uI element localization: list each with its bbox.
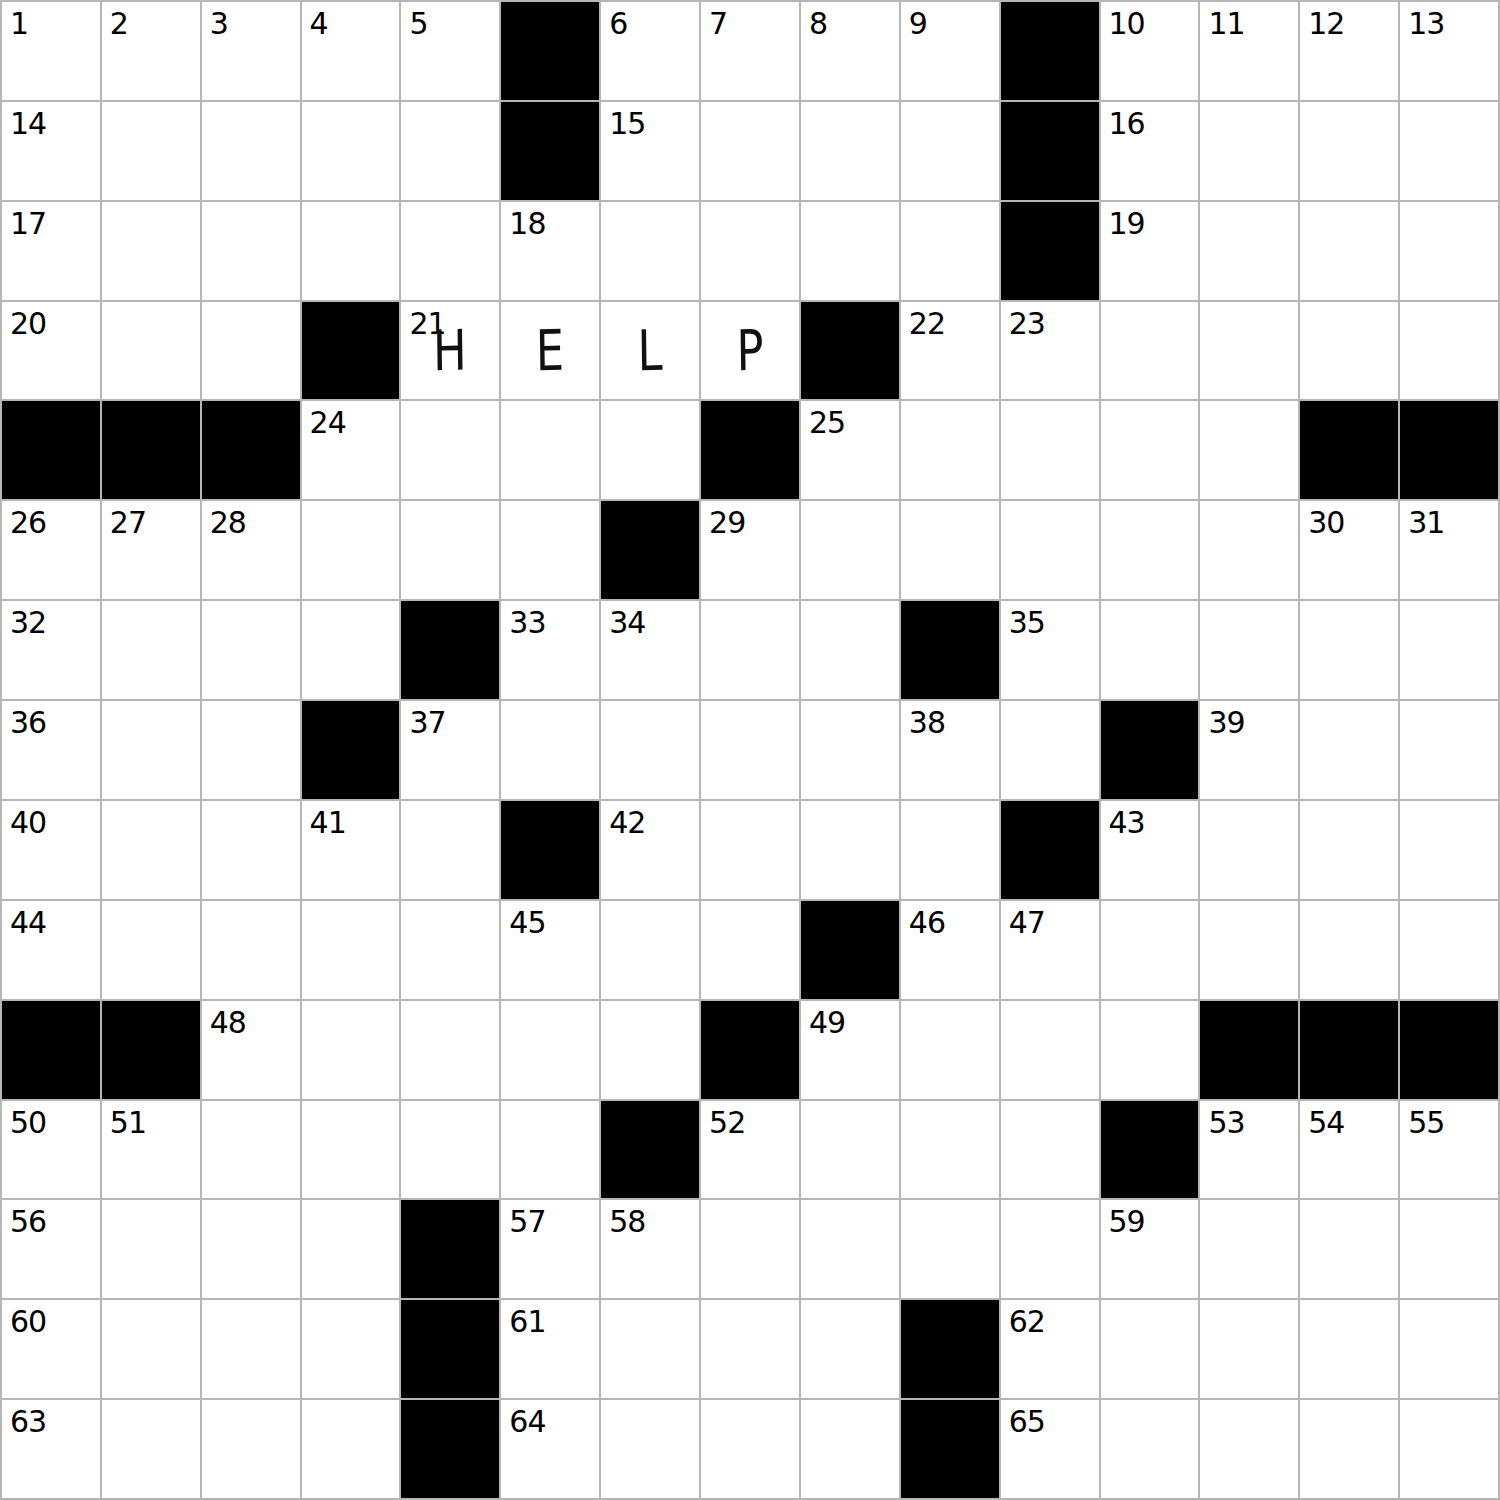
grid-cell[interactable]	[801, 501, 901, 601]
clue-number: 34	[609, 608, 645, 638]
grid-cell[interactable]	[302, 202, 402, 302]
grid-cell[interactable]	[1001, 1001, 1101, 1101]
clue-number: 65	[1009, 1407, 1045, 1437]
grid-cell[interactable]: 52	[701, 1101, 801, 1201]
cell-letter: P	[710, 301, 790, 401]
grid-cell[interactable]: 35	[1001, 601, 1101, 701]
grid-cell[interactable]	[701, 601, 801, 701]
grid-cell[interactable]	[302, 1101, 402, 1201]
clue-number: 7	[709, 9, 727, 39]
grid-cell[interactable]	[701, 1200, 801, 1300]
grid-cell[interactable]	[1200, 501, 1300, 601]
grid-cell[interactable]	[801, 1200, 901, 1300]
clue-number: 32	[10, 608, 46, 638]
grid-cell[interactable]	[701, 1300, 801, 1400]
grid-cell[interactable]: 28	[202, 501, 302, 601]
grid-cell[interactable]: 6	[601, 2, 701, 102]
clue-number: 3	[210, 9, 228, 39]
grid-cell[interactable]	[102, 1400, 202, 1500]
black-cell	[801, 901, 901, 1001]
grid-cell[interactable]	[501, 501, 601, 601]
crossword-board: 123456789101112131415161718192021HELP222…	[0, 0, 1500, 1500]
grid-cell[interactable]	[1300, 801, 1400, 901]
grid-cell[interactable]: 14	[2, 102, 102, 202]
clue-number: 10	[1109, 9, 1145, 39]
grid-cell[interactable]	[202, 1400, 302, 1500]
grid-cell[interactable]: 63	[2, 1400, 102, 1500]
grid-cell[interactable]	[401, 1101, 501, 1201]
black-cell	[501, 102, 601, 202]
clue-number: 29	[709, 508, 745, 538]
clue-number: 42	[609, 808, 645, 838]
grid-cell[interactable]: 59	[1101, 1200, 1201, 1300]
grid-cell[interactable]	[202, 1200, 302, 1300]
clue-number: 56	[10, 1207, 46, 1237]
clue-number: 15	[609, 109, 645, 139]
clue-number: 1	[10, 9, 28, 39]
clue-number: 63	[10, 1407, 46, 1437]
clue-number: 44	[10, 908, 46, 938]
grid-cell[interactable]: 65	[1001, 1400, 1101, 1500]
grid-cell[interactable]: 45	[501, 901, 601, 1001]
grid-cell[interactable]	[302, 102, 402, 202]
black-cell	[1001, 801, 1101, 901]
grid-cell[interactable]: 22	[901, 302, 1001, 402]
grid-cell[interactable]	[1101, 501, 1201, 601]
clue-number: 41	[310, 808, 346, 838]
grid-cell[interactable]	[401, 202, 501, 302]
grid-cell[interactable]: 33	[501, 601, 601, 701]
grid-cell[interactable]	[1001, 701, 1101, 801]
grid-cell[interactable]: 20	[2, 302, 102, 402]
grid-cell[interactable]: 25	[801, 401, 901, 501]
grid-cell[interactable]: 17	[2, 202, 102, 302]
clue-number: 17	[10, 209, 46, 239]
black-cell	[302, 701, 402, 801]
grid-cell[interactable]	[1400, 102, 1500, 202]
clue-number: 54	[1308, 1108, 1344, 1138]
cell-letter: L	[610, 301, 690, 401]
clue-number: 31	[1408, 508, 1444, 538]
grid-cell[interactable]	[901, 102, 1001, 202]
grid-cell[interactable]	[901, 1101, 1001, 1201]
grid-cell[interactable]	[1400, 1300, 1500, 1400]
grid-cell[interactable]	[302, 1001, 402, 1101]
clue-number: 22	[909, 309, 945, 339]
black-cell	[102, 1001, 202, 1101]
grid-cell[interactable]	[701, 901, 801, 1001]
grid-cell[interactable]	[1400, 801, 1500, 901]
black-cell	[1400, 1001, 1500, 1101]
grid-cell[interactable]	[302, 1300, 402, 1400]
grid-cell[interactable]: 42	[601, 801, 701, 901]
grid-cell[interactable]	[601, 401, 701, 501]
clue-number: 49	[809, 1008, 845, 1038]
grid-cell[interactable]	[1200, 801, 1300, 901]
grid-cell[interactable]: 12	[1300, 2, 1400, 102]
grid-cell[interactable]	[202, 701, 302, 801]
grid-cell[interactable]	[801, 801, 901, 901]
grid-cell[interactable]: 44	[2, 901, 102, 1001]
grid-cell[interactable]	[1101, 601, 1201, 701]
black-cell	[401, 1400, 501, 1500]
grid-cell[interactable]	[102, 701, 202, 801]
clue-number: 61	[509, 1307, 545, 1337]
grid-cell[interactable]: 39	[1200, 701, 1300, 801]
grid-cell[interactable]	[501, 401, 601, 501]
grid-cell[interactable]: 47	[1001, 901, 1101, 1001]
grid-cell[interactable]	[601, 701, 701, 801]
clue-number: 5	[409, 9, 427, 39]
black-cell	[901, 601, 1001, 701]
black-cell	[401, 1200, 501, 1300]
clue-number: 53	[1208, 1108, 1244, 1138]
grid-cell[interactable]	[1300, 1300, 1400, 1400]
grid-cell[interactable]	[1300, 1200, 1400, 1300]
clue-number: 25	[809, 408, 845, 438]
grid-cell[interactable]: 53	[1200, 1101, 1300, 1201]
grid-cell[interactable]: 21H	[401, 302, 501, 402]
grid-cell[interactable]: 56	[2, 1200, 102, 1300]
clue-number: 35	[1009, 608, 1045, 638]
grid-cell[interactable]: 23	[1001, 302, 1101, 402]
grid-cell[interactable]	[202, 1300, 302, 1400]
grid-cell[interactable]	[1101, 901, 1201, 1001]
grid-cell[interactable]	[1400, 701, 1500, 801]
grid-cell[interactable]	[1200, 102, 1300, 202]
clue-number: 43	[1109, 808, 1145, 838]
grid-cell[interactable]	[1400, 302, 1500, 402]
black-cell	[2, 1001, 102, 1101]
black-cell	[1300, 401, 1400, 501]
clue-number: 6	[609, 9, 627, 39]
clue-number: 55	[1408, 1108, 1444, 1138]
grid-cell[interactable]	[401, 901, 501, 1001]
clue-number: 58	[609, 1207, 645, 1237]
grid-cell[interactable]	[1200, 302, 1300, 402]
grid-cell[interactable]	[401, 501, 501, 601]
clue-number: 50	[10, 1108, 46, 1138]
grid-cell[interactable]	[1400, 1400, 1500, 1500]
grid-cell[interactable]: 16	[1101, 102, 1201, 202]
grid-cell[interactable]	[1300, 701, 1400, 801]
clue-number: 46	[909, 908, 945, 938]
grid-cell[interactable]	[701, 1400, 801, 1500]
grid-cell[interactable]: 8	[801, 2, 901, 102]
black-cell	[1001, 102, 1101, 202]
grid-cell[interactable]	[302, 1200, 402, 1300]
grid-cell[interactable]: 15	[601, 102, 701, 202]
grid-cell[interactable]: 2	[102, 2, 202, 102]
clue-number: 18	[509, 209, 545, 239]
grid-cell[interactable]: 26	[2, 501, 102, 601]
grid-cell[interactable]: 48	[202, 1001, 302, 1101]
grid-cell[interactable]	[102, 1200, 202, 1300]
grid-cell[interactable]	[501, 1101, 601, 1201]
grid-cell[interactable]: 7	[701, 2, 801, 102]
grid-cell[interactable]: 38	[901, 701, 1001, 801]
grid-cell[interactable]	[102, 901, 202, 1001]
grid-cell[interactable]	[801, 701, 901, 801]
grid-cell[interactable]	[1101, 1400, 1201, 1500]
clue-number: 26	[10, 508, 46, 538]
grid-cell[interactable]	[401, 801, 501, 901]
clue-number: 12	[1308, 9, 1344, 39]
grid-cell[interactable]: 61	[501, 1300, 601, 1400]
cell-letter: H	[411, 301, 491, 401]
black-cell	[401, 1300, 501, 1400]
grid-cell[interactable]: L	[601, 302, 701, 402]
black-cell	[302, 302, 402, 402]
grid-cell[interactable]: 3	[202, 2, 302, 102]
grid-cell[interactable]	[801, 1400, 901, 1500]
clue-number: 20	[10, 309, 46, 339]
black-cell	[501, 2, 601, 102]
grid-cell[interactable]: 19	[1101, 202, 1201, 302]
grid-cell[interactable]	[501, 1001, 601, 1101]
grid-cell[interactable]	[401, 1001, 501, 1101]
clue-number: 36	[10, 708, 46, 738]
grid-cell[interactable]	[601, 202, 701, 302]
grid-cell[interactable]	[1200, 202, 1300, 302]
grid-cell[interactable]	[1101, 1300, 1201, 1400]
grid-cell[interactable]	[701, 701, 801, 801]
grid-cell[interactable]: 55	[1400, 1101, 1500, 1201]
black-cell	[601, 1101, 701, 1201]
black-cell	[1101, 1101, 1201, 1201]
grid-cell[interactable]	[1300, 901, 1400, 1001]
grid-cell[interactable]	[1101, 401, 1201, 501]
black-cell	[1400, 401, 1500, 501]
grid-cell[interactable]	[202, 801, 302, 901]
grid-cell[interactable]	[1001, 401, 1101, 501]
grid-cell[interactable]	[1400, 202, 1500, 302]
grid-cell[interactable]: 60	[2, 1300, 102, 1400]
clue-number: 11	[1208, 9, 1244, 39]
grid-cell[interactable]	[701, 102, 801, 202]
clue-number: 37	[409, 708, 445, 738]
grid-cell[interactable]	[1200, 901, 1300, 1001]
clue-number: 19	[1109, 209, 1145, 239]
clue-number: 30	[1308, 508, 1344, 538]
black-cell	[1200, 1001, 1300, 1101]
grid-cell[interactable]: 24	[302, 401, 402, 501]
clue-number: 39	[1208, 708, 1244, 738]
grid-cell[interactable]	[202, 102, 302, 202]
grid-cell[interactable]	[801, 1101, 901, 1201]
grid-cell[interactable]	[1200, 401, 1300, 501]
grid-cell[interactable]: 37	[401, 701, 501, 801]
clue-number: 13	[1408, 9, 1444, 39]
clue-number: 28	[210, 508, 246, 538]
grid-cell[interactable]: 43	[1101, 801, 1201, 901]
grid-cell[interactable]: 32	[2, 601, 102, 701]
black-cell	[102, 401, 202, 501]
clue-number: 8	[809, 9, 827, 39]
grid-cell[interactable]	[801, 202, 901, 302]
grid-cell[interactable]: 58	[601, 1200, 701, 1300]
grid-cell[interactable]	[1101, 1001, 1201, 1101]
grid-cell[interactable]: 64	[501, 1400, 601, 1500]
black-cell	[1001, 2, 1101, 102]
black-cell	[2, 401, 102, 501]
grid-cell[interactable]	[202, 1101, 302, 1201]
grid-cell[interactable]	[202, 302, 302, 402]
grid-cell[interactable]: P	[701, 302, 801, 402]
grid-cell[interactable]	[302, 601, 402, 701]
clue-number: 62	[1009, 1307, 1045, 1337]
grid-cell[interactable]	[1300, 1400, 1400, 1500]
black-cell	[202, 401, 302, 501]
grid-cell[interactable]	[302, 901, 402, 1001]
clue-number: 57	[509, 1207, 545, 1237]
grid-cell[interactable]	[901, 1001, 1001, 1101]
grid-cell[interactable]: 9	[901, 2, 1001, 102]
black-cell	[1001, 202, 1101, 302]
grid-cell[interactable]	[601, 1300, 701, 1400]
grid-cell[interactable]	[901, 401, 1001, 501]
grid-cell[interactable]	[102, 601, 202, 701]
grid-cell[interactable]: 62	[1001, 1300, 1101, 1400]
clue-number: 2	[110, 9, 128, 39]
clue-number: 45	[509, 908, 545, 938]
grid-cell[interactable]	[1200, 601, 1300, 701]
grid-cell[interactable]	[1300, 102, 1400, 202]
grid-cell[interactable]: 18	[501, 202, 601, 302]
grid-cell[interactable]: 30	[1300, 501, 1400, 601]
clue-number: 9	[909, 9, 927, 39]
grid-cell[interactable]: 11	[1200, 2, 1300, 102]
grid-cell[interactable]	[601, 1001, 701, 1101]
grid-cell[interactable]	[901, 202, 1001, 302]
black-cell	[701, 1001, 801, 1101]
clue-number: 23	[1009, 309, 1045, 339]
grid-cell[interactable]	[401, 102, 501, 202]
grid-cell[interactable]	[401, 401, 501, 501]
grid-cell[interactable]: 57	[501, 1200, 601, 1300]
grid-cell[interactable]	[1001, 1200, 1101, 1300]
grid-cell[interactable]	[801, 102, 901, 202]
grid-cell[interactable]: 36	[2, 701, 102, 801]
clue-number: 59	[1109, 1207, 1145, 1237]
grid-cell[interactable]: 41	[302, 801, 402, 901]
grid-cell[interactable]	[701, 202, 801, 302]
grid-cell[interactable]	[1400, 601, 1500, 701]
grid-cell[interactable]	[302, 501, 402, 601]
black-cell	[701, 401, 801, 501]
grid-cell[interactable]: 29	[701, 501, 801, 601]
grid-cell[interactable]: 40	[2, 801, 102, 901]
grid-cell[interactable]	[102, 302, 202, 402]
grid-cell[interactable]: 34	[601, 601, 701, 701]
grid-cell[interactable]	[1300, 601, 1400, 701]
grid-cell[interactable]	[1200, 1300, 1300, 1400]
grid-cell[interactable]	[1400, 901, 1500, 1001]
grid-cell[interactable]	[1001, 1101, 1101, 1201]
grid-cell[interactable]: 51	[102, 1101, 202, 1201]
black-cell	[901, 1400, 1001, 1500]
clue-number: 47	[1009, 908, 1045, 938]
black-cell	[901, 1300, 1001, 1400]
grid-cell[interactable]	[1001, 501, 1101, 601]
grid-cell[interactable]: 5	[401, 2, 501, 102]
clue-number: 24	[310, 408, 346, 438]
grid-cell[interactable]: 1	[2, 2, 102, 102]
grid-cell[interactable]	[501, 701, 601, 801]
clue-number: 38	[909, 708, 945, 738]
grid-cell[interactable]	[1300, 202, 1400, 302]
cell-letter: E	[510, 301, 590, 401]
grid-cell[interactable]: 49	[801, 1001, 901, 1101]
grid-cell[interactable]	[801, 601, 901, 701]
clue-number: 4	[310, 9, 328, 39]
grid-cell[interactable]: 46	[901, 901, 1001, 1001]
grid-cell[interactable]	[901, 1200, 1001, 1300]
grid-cell[interactable]: 31	[1400, 501, 1500, 601]
grid-cell[interactable]	[202, 601, 302, 701]
grid-cell[interactable]	[302, 1400, 402, 1500]
grid-cell[interactable]	[1400, 1200, 1500, 1300]
grid-cell[interactable]	[601, 1400, 701, 1500]
clue-number: 52	[709, 1108, 745, 1138]
grid-cell[interactable]: 10	[1101, 2, 1201, 102]
grid-cell[interactable]	[1101, 302, 1201, 402]
grid-cell[interactable]: 13	[1400, 2, 1500, 102]
clue-number: 33	[509, 608, 545, 638]
black-cell	[1101, 701, 1201, 801]
clue-number: 16	[1109, 109, 1145, 139]
clue-number: 64	[509, 1407, 545, 1437]
clue-number: 51	[110, 1108, 146, 1138]
black-cell	[1300, 1001, 1400, 1101]
grid-cell[interactable]: 4	[302, 2, 402, 102]
grid-cell[interactable]	[102, 102, 202, 202]
grid-cell[interactable]	[1300, 302, 1400, 402]
grid-cell[interactable]	[601, 901, 701, 1001]
clue-number: 27	[110, 508, 146, 538]
clue-number: 14	[10, 109, 46, 139]
black-cell	[501, 801, 601, 901]
grid-cell[interactable]: 50	[2, 1101, 102, 1201]
grid-cell[interactable]: 54	[1300, 1101, 1400, 1201]
grid-cell[interactable]	[202, 202, 302, 302]
grid-cell[interactable]	[102, 202, 202, 302]
grid-cell[interactable]	[1200, 1400, 1300, 1500]
clue-number: 40	[10, 808, 46, 838]
clue-number: 60	[10, 1307, 46, 1337]
grid-cell[interactable]	[901, 501, 1001, 601]
grid-cell[interactable]	[801, 1300, 901, 1400]
grid-cell[interactable]	[1200, 1200, 1300, 1300]
grid-cell[interactable]	[901, 801, 1001, 901]
grid-cell[interactable]: E	[501, 302, 601, 402]
grid-cell[interactable]	[102, 801, 202, 901]
black-cell	[401, 601, 501, 701]
clue-number: 48	[210, 1008, 246, 1038]
grid-cell[interactable]	[102, 1300, 202, 1400]
black-cell	[601, 501, 701, 601]
black-cell	[801, 302, 901, 402]
grid-cell[interactable]: 27	[102, 501, 202, 601]
grid-cell[interactable]	[701, 801, 801, 901]
grid-cell[interactable]	[202, 901, 302, 1001]
